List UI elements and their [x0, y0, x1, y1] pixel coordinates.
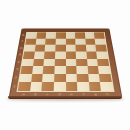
board-perspective: abcdefgh12345678: [8, 28, 122, 97]
square-f8[interactable]: [75, 32, 85, 38]
rank-label-6: 6: [19, 46, 22, 49]
playfield-border: [16, 31, 114, 91]
rank-label-4: 4: [16, 60, 19, 63]
square-a2[interactable]: [19, 73, 32, 81]
rank-label-3: 3: [15, 68, 18, 71]
rank-label-1: 1: [12, 84, 15, 87]
rank-label-5: 5: [18, 53, 21, 56]
square-f2[interactable]: [76, 73, 88, 81]
square-c8[interactable]: [45, 32, 55, 38]
square-d5[interactable]: [54, 51, 65, 58]
square-e8[interactable]: [65, 32, 75, 38]
square-e5[interactable]: [65, 51, 76, 58]
square-a5[interactable]: [23, 51, 34, 58]
square-b6[interactable]: [34, 44, 45, 51]
square-d1[interactable]: [53, 82, 65, 91]
square-f5[interactable]: [75, 51, 86, 58]
square-g6[interactable]: [85, 44, 96, 51]
chessboard-grid: [17, 32, 113, 91]
square-a3[interactable]: [20, 65, 32, 73]
square-g5[interactable]: [86, 51, 97, 58]
chessboard-photo: abcdefgh12345678: [0, 0, 130, 130]
square-f7[interactable]: [75, 38, 85, 44]
square-h6[interactable]: [95, 44, 106, 51]
square-d8[interactable]: [55, 32, 65, 38]
square-c3[interactable]: [43, 65, 55, 73]
square-a1[interactable]: [17, 82, 30, 91]
square-b2[interactable]: [30, 73, 42, 81]
square-c2[interactable]: [42, 73, 54, 81]
board-frame: abcdefgh12345678: [8, 28, 122, 97]
square-c1[interactable]: [41, 82, 53, 91]
square-e6[interactable]: [65, 44, 75, 51]
rank-label-7: 7: [20, 40, 23, 42]
square-d7[interactable]: [55, 38, 65, 44]
square-b8[interactable]: [36, 32, 46, 38]
square-h7[interactable]: [94, 38, 105, 44]
square-a4[interactable]: [21, 58, 33, 65]
square-b5[interactable]: [33, 51, 44, 58]
square-c6[interactable]: [44, 44, 55, 51]
board-front-edge: [8, 96, 122, 98]
square-b1[interactable]: [29, 82, 42, 91]
square-a8[interactable]: [26, 32, 37, 38]
square-f3[interactable]: [76, 65, 88, 73]
square-c4[interactable]: [43, 58, 54, 65]
square-g8[interactable]: [84, 32, 94, 38]
square-d2[interactable]: [53, 73, 65, 81]
square-e7[interactable]: [65, 38, 75, 44]
square-b7[interactable]: [35, 38, 46, 44]
square-h2[interactable]: [99, 73, 112, 81]
square-e2[interactable]: [65, 73, 77, 81]
square-g4[interactable]: [86, 58, 98, 65]
square-a6[interactable]: [24, 44, 35, 51]
square-d4[interactable]: [54, 58, 65, 65]
rank-label-8: 8: [21, 34, 24, 36]
square-c7[interactable]: [45, 38, 55, 44]
square-e3[interactable]: [65, 65, 76, 73]
square-f4[interactable]: [76, 58, 87, 65]
square-g2[interactable]: [87, 73, 99, 81]
square-f6[interactable]: [75, 44, 86, 51]
square-g7[interactable]: [85, 38, 96, 44]
square-b4[interactable]: [32, 58, 44, 65]
square-c5[interactable]: [44, 51, 55, 58]
square-g3[interactable]: [87, 65, 99, 73]
square-h4[interactable]: [97, 58, 109, 65]
square-a7[interactable]: [25, 38, 36, 44]
square-g1[interactable]: [88, 82, 101, 91]
square-e4[interactable]: [65, 58, 76, 65]
square-d3[interactable]: [54, 65, 65, 73]
square-f1[interactable]: [77, 82, 89, 91]
rank-label-2: 2: [14, 76, 17, 79]
square-h8[interactable]: [94, 32, 105, 38]
square-h1[interactable]: [100, 82, 113, 91]
square-b3[interactable]: [31, 65, 43, 73]
square-h3[interactable]: [98, 65, 110, 73]
square-h5[interactable]: [96, 51, 107, 58]
square-d6[interactable]: [55, 44, 65, 51]
square-e1[interactable]: [65, 82, 77, 91]
